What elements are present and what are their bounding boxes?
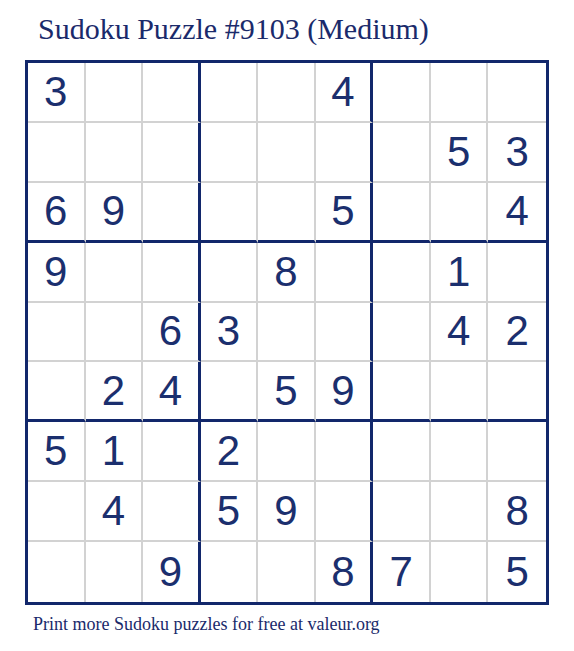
cell-r8c7: [373, 482, 431, 542]
cell-r2c1: [28, 123, 86, 183]
cell-r6c2: 2: [86, 362, 144, 422]
cell-r2c8: 5: [431, 123, 489, 183]
cell-r1c7: [373, 63, 431, 123]
cell-r3c9: 4: [488, 183, 546, 243]
sudoku-board: 345369549816342245951245989875: [25, 60, 549, 605]
sudoku-page: Sudoku Puzzle #9103 (Medium) 34536954981…: [0, 0, 574, 651]
cell-r5c1: [28, 303, 86, 363]
cell-r7c9: [488, 422, 546, 482]
cell-r7c6: [316, 422, 374, 482]
cell-r9c9: 5: [488, 542, 546, 602]
cell-r2c4: [201, 123, 259, 183]
cell-r7c8: [431, 422, 489, 482]
cell-r2c2: [86, 123, 144, 183]
cell-r9c1: [28, 542, 86, 602]
cell-r2c6: [316, 123, 374, 183]
cell-r7c3: [143, 422, 201, 482]
cell-r7c5: [258, 422, 316, 482]
cell-r8c1: [28, 482, 86, 542]
cell-r6c3: 4: [143, 362, 201, 422]
cell-r2c5: [258, 123, 316, 183]
cell-r3c6: 5: [316, 183, 374, 243]
cell-r4c4: [201, 243, 259, 303]
cell-r1c2: [86, 63, 144, 123]
cell-r2c7: [373, 123, 431, 183]
cell-r6c1: [28, 362, 86, 422]
cell-r8c5: 9: [258, 482, 316, 542]
cell-r3c8: [431, 183, 489, 243]
cell-r1c6: 4: [316, 63, 374, 123]
cell-r3c7: [373, 183, 431, 243]
cell-r4c9: [488, 243, 546, 303]
page-title: Sudoku Puzzle #9103 (Medium): [38, 12, 429, 46]
cell-r1c5: [258, 63, 316, 123]
cell-r4c8: 1: [431, 243, 489, 303]
cell-r8c6: [316, 482, 374, 542]
cell-r9c4: [201, 542, 259, 602]
cell-r3c2: 9: [86, 183, 144, 243]
cell-r7c2: 1: [86, 422, 144, 482]
cell-r1c3: [143, 63, 201, 123]
cell-r6c8: [431, 362, 489, 422]
cell-r7c7: [373, 422, 431, 482]
cell-r5c4: 3: [201, 303, 259, 363]
cell-r9c3: 9: [143, 542, 201, 602]
cell-r3c5: [258, 183, 316, 243]
cell-r4c3: [143, 243, 201, 303]
footer-text: Print more Sudoku puzzles for free at va…: [33, 614, 380, 635]
cell-r1c8: [431, 63, 489, 123]
cell-r4c7: [373, 243, 431, 303]
cell-r5c7: [373, 303, 431, 363]
cell-r8c4: 5: [201, 482, 259, 542]
cell-r4c5: 8: [258, 243, 316, 303]
cell-r8c9: 8: [488, 482, 546, 542]
cell-r9c7: 7: [373, 542, 431, 602]
cell-r2c3: [143, 123, 201, 183]
cell-r8c3: [143, 482, 201, 542]
cell-r1c1: 3: [28, 63, 86, 123]
cell-r9c2: [86, 542, 144, 602]
cell-r9c8: [431, 542, 489, 602]
cell-r6c5: 5: [258, 362, 316, 422]
cell-r2c9: 3: [488, 123, 546, 183]
cell-r9c6: 8: [316, 542, 374, 602]
cell-r5c3: 6: [143, 303, 201, 363]
cell-r5c6: [316, 303, 374, 363]
cell-r5c2: [86, 303, 144, 363]
cell-r3c3: [143, 183, 201, 243]
cell-r4c6: [316, 243, 374, 303]
cell-r6c6: 9: [316, 362, 374, 422]
cell-r1c4: [201, 63, 259, 123]
cell-r3c4: [201, 183, 259, 243]
cell-r6c9: [488, 362, 546, 422]
cell-r7c1: 5: [28, 422, 86, 482]
cell-r5c9: 2: [488, 303, 546, 363]
cell-r6c7: [373, 362, 431, 422]
cell-r6c4: [201, 362, 259, 422]
cell-r7c4: 2: [201, 422, 259, 482]
cell-r4c2: [86, 243, 144, 303]
cell-r9c5: [258, 542, 316, 602]
cell-r1c9: [488, 63, 546, 123]
cell-r3c1: 6: [28, 183, 86, 243]
cell-r4c1: 9: [28, 243, 86, 303]
cell-r8c8: [431, 482, 489, 542]
cell-r5c8: 4: [431, 303, 489, 363]
cell-r5c5: [258, 303, 316, 363]
cell-r8c2: 4: [86, 482, 144, 542]
